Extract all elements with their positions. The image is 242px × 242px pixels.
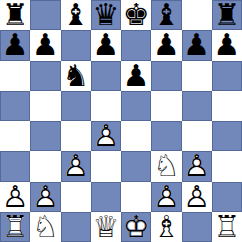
square-c3[interactable]: ♟♙ — [61, 151, 91, 181]
white-rook-outline-icon: ♖ — [212, 212, 242, 242]
square-a7[interactable]: ♟ — [0, 30, 30, 60]
square-d7[interactable]: ♟ — [91, 30, 121, 60]
black-pawn-icon: ♟ — [91, 30, 121, 60]
piece-black-king[interactable]: ♚ — [121, 0, 151, 30]
square-h4[interactable] — [212, 121, 242, 151]
square-f8[interactable]: ♝ — [151, 0, 181, 30]
square-h5[interactable] — [212, 91, 242, 121]
piece-white-pawn[interactable]: ♟♙ — [182, 151, 212, 181]
piece-black-pawn[interactable]: ♟ — [121, 61, 151, 91]
square-a8[interactable]: ♜ — [0, 0, 30, 30]
square-a5[interactable] — [0, 91, 30, 121]
piece-white-bishop[interactable]: ♝♗ — [151, 212, 181, 242]
piece-black-rook[interactable]: ♜ — [212, 0, 242, 30]
square-f6[interactable] — [151, 61, 181, 91]
piece-white-pawn[interactable]: ♟♙ — [182, 182, 212, 212]
black-knight-icon: ♞ — [61, 61, 91, 91]
square-g8[interactable] — [182, 0, 212, 30]
square-g1[interactable] — [182, 212, 212, 242]
piece-white-pawn[interactable]: ♟♙ — [30, 182, 60, 212]
square-a6[interactable] — [0, 61, 30, 91]
square-e2[interactable] — [121, 182, 151, 212]
piece-white-pawn[interactable]: ♟♙ — [151, 182, 181, 212]
white-bishop-outline-icon: ♗ — [151, 212, 181, 242]
square-b8[interactable] — [30, 0, 60, 30]
square-a3[interactable] — [0, 151, 30, 181]
square-e3[interactable] — [121, 151, 151, 181]
white-pawn-outline-icon: ♙ — [182, 182, 212, 212]
square-c6[interactable]: ♞ — [61, 61, 91, 91]
black-rook-icon: ♜ — [212, 0, 242, 30]
piece-white-pawn[interactable]: ♟♙ — [0, 182, 30, 212]
piece-black-rook[interactable]: ♜ — [0, 0, 30, 30]
square-e4[interactable] — [121, 121, 151, 151]
white-pawn-outline-icon: ♙ — [182, 151, 212, 181]
square-h7[interactable]: ♟ — [212, 30, 242, 60]
square-h1[interactable]: ♜♖ — [212, 212, 242, 242]
piece-black-pawn[interactable]: ♟ — [0, 30, 30, 60]
square-g2[interactable]: ♟♙ — [182, 182, 212, 212]
square-c8[interactable]: ♝ — [61, 0, 91, 30]
piece-black-bishop[interactable]: ♝ — [61, 0, 91, 30]
square-g7[interactable]: ♟ — [182, 30, 212, 60]
piece-white-queen[interactable]: ♛♕ — [91, 212, 121, 242]
square-f7[interactable]: ♟ — [151, 30, 181, 60]
piece-white-knight[interactable]: ♞♘ — [30, 212, 60, 242]
black-bishop-icon: ♝ — [151, 0, 181, 30]
square-h3[interactable] — [212, 151, 242, 181]
square-d5[interactable] — [91, 91, 121, 121]
white-king-outline-icon: ♔ — [121, 212, 151, 242]
white-knight-outline-icon: ♘ — [30, 212, 60, 242]
square-d2[interactable] — [91, 182, 121, 212]
white-pawn-outline-icon: ♙ — [91, 121, 121, 151]
piece-white-pawn[interactable]: ♟♙ — [61, 151, 91, 181]
square-d8[interactable]: ♛ — [91, 0, 121, 30]
square-c1[interactable] — [61, 212, 91, 242]
piece-black-knight[interactable]: ♞ — [61, 61, 91, 91]
black-king-icon: ♚ — [121, 0, 151, 30]
square-c7[interactable] — [61, 30, 91, 60]
square-g3[interactable]: ♟♙ — [182, 151, 212, 181]
piece-black-pawn[interactable]: ♟ — [91, 30, 121, 60]
white-pawn-outline-icon: ♙ — [151, 182, 181, 212]
square-d1[interactable]: ♛♕ — [91, 212, 121, 242]
square-e5[interactable] — [121, 91, 151, 121]
square-a2[interactable]: ♟♙ — [0, 182, 30, 212]
square-d3[interactable] — [91, 151, 121, 181]
square-c2[interactable] — [61, 182, 91, 212]
square-b7[interactable]: ♟ — [30, 30, 60, 60]
square-h2[interactable] — [212, 182, 242, 212]
square-b3[interactable] — [30, 151, 60, 181]
white-knight-outline-icon: ♘ — [151, 151, 181, 181]
piece-white-pawn[interactable]: ♟♙ — [91, 121, 121, 151]
square-e1[interactable]: ♚♔ — [121, 212, 151, 242]
square-f4[interactable] — [151, 121, 181, 151]
square-g5[interactable] — [182, 91, 212, 121]
black-pawn-icon: ♟ — [121, 61, 151, 91]
square-f2[interactable]: ♟♙ — [151, 182, 181, 212]
black-rook-icon: ♜ — [0, 0, 30, 30]
piece-black-pawn[interactable]: ♟ — [30, 30, 60, 60]
square-c4[interactable] — [61, 121, 91, 151]
white-pawn-outline-icon: ♙ — [0, 182, 30, 212]
white-pawn-outline-icon: ♙ — [61, 151, 91, 181]
square-e8[interactable]: ♚ — [121, 0, 151, 30]
square-h8[interactable]: ♜ — [212, 0, 242, 30]
square-a4[interactable] — [0, 121, 30, 151]
piece-black-queen[interactable]: ♛ — [91, 0, 121, 30]
piece-black-pawn[interactable]: ♟ — [212, 30, 242, 60]
piece-black-pawn[interactable]: ♟ — [182, 30, 212, 60]
black-pawn-icon: ♟ — [0, 30, 30, 60]
square-h6[interactable] — [212, 61, 242, 91]
square-e6[interactable]: ♟ — [121, 61, 151, 91]
piece-white-knight[interactable]: ♞♘ — [151, 151, 181, 181]
square-b5[interactable] — [30, 91, 60, 121]
white-rook-outline-icon: ♖ — [0, 212, 30, 242]
square-f1[interactable]: ♝♗ — [151, 212, 181, 242]
piece-black-pawn[interactable]: ♟ — [151, 30, 181, 60]
square-b4[interactable] — [30, 121, 60, 151]
square-g6[interactable] — [182, 61, 212, 91]
white-pawn-outline-icon: ♙ — [30, 182, 60, 212]
piece-white-king[interactable]: ♚♔ — [121, 212, 151, 242]
black-bishop-icon: ♝ — [61, 0, 91, 30]
black-pawn-icon: ♟ — [30, 30, 60, 60]
black-pawn-icon: ♟ — [212, 30, 242, 60]
square-c5[interactable] — [61, 91, 91, 121]
black-pawn-icon: ♟ — [182, 30, 212, 60]
piece-black-bishop[interactable]: ♝ — [151, 0, 181, 30]
square-f5[interactable] — [151, 91, 181, 121]
square-b6[interactable] — [30, 61, 60, 91]
square-b2[interactable]: ♟♙ — [30, 182, 60, 212]
piece-white-rook[interactable]: ♜♖ — [212, 212, 242, 242]
chess-board: ♜♝♛♚♝♜♟♟♟♟♟♟♞♟♟♙♟♙♞♘♟♙♟♙♟♙♟♙♟♙♜♖♞♘♛♕♚♔♝♗… — [0, 0, 242, 242]
square-d6[interactable] — [91, 61, 121, 91]
square-e7[interactable] — [121, 30, 151, 60]
black-pawn-icon: ♟ — [151, 30, 181, 60]
square-g4[interactable] — [182, 121, 212, 151]
white-queen-outline-icon: ♕ — [91, 212, 121, 242]
square-a1[interactable]: ♜♖ — [0, 212, 30, 242]
square-b1[interactable]: ♞♘ — [30, 212, 60, 242]
piece-white-rook[interactable]: ♜♖ — [0, 212, 30, 242]
square-f3[interactable]: ♞♘ — [151, 151, 181, 181]
black-queen-icon: ♛ — [91, 0, 121, 30]
square-d4[interactable]: ♟♙ — [91, 121, 121, 151]
